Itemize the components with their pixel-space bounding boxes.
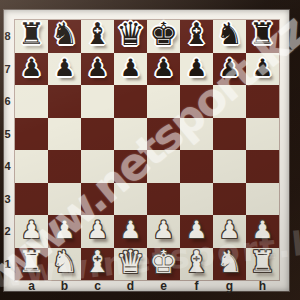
square-a3[interactable] [15,183,48,216]
black-knight[interactable]: ♞ [216,19,243,49]
white-rook[interactable]: ♜ [249,247,276,277]
square-h5[interactable] [246,118,279,151]
square-f5[interactable] [180,118,213,151]
square-b8[interactable]: ♞ [48,20,81,53]
square-f4[interactable] [180,150,213,183]
rank-label-3: 3 [0,183,15,216]
rank-labels: 87654321 [0,20,15,280]
square-d3[interactable] [114,183,147,216]
square-b1[interactable]: ♞ [48,248,81,281]
black-pawn[interactable]: ♟ [186,56,208,80]
file-label-b: b [48,280,81,292]
square-a5[interactable] [15,118,48,151]
square-h2[interactable]: ♟ [246,215,279,248]
square-f8[interactable]: ♝ [180,20,213,53]
white-pawn[interactable]: ♟ [54,218,76,242]
square-a6[interactable] [15,85,48,118]
white-bishop[interactable]: ♝ [183,247,210,277]
square-g4[interactable] [213,150,246,183]
rank-label-2: 2 [0,215,15,248]
square-f1[interactable]: ♝ [180,248,213,281]
black-rook[interactable]: ♜ [249,19,276,49]
square-b2[interactable]: ♟ [48,215,81,248]
black-rook[interactable]: ♜ [18,19,45,49]
square-h6[interactable] [246,85,279,118]
square-e8[interactable]: ♚ [147,20,180,53]
file-label-a: a [15,280,48,292]
square-f3[interactable] [180,183,213,216]
black-king[interactable]: ♚ [149,18,178,50]
square-h4[interactable] [246,150,279,183]
rank-label-6: 6 [0,85,15,118]
square-d7[interactable]: ♟ [114,53,147,86]
square-c3[interactable] [81,183,114,216]
square-g6[interactable] [213,85,246,118]
square-c6[interactable] [81,85,114,118]
black-pawn[interactable]: ♟ [87,56,109,80]
square-h3[interactable] [246,183,279,216]
square-e7[interactable]: ♟ [147,53,180,86]
square-d8[interactable]: ♛ [114,20,147,53]
square-d4[interactable] [114,150,147,183]
square-f7[interactable]: ♟ [180,53,213,86]
square-b4[interactable] [48,150,81,183]
square-g3[interactable] [213,183,246,216]
chess-board: ♜♞♝♛♚♝♞♜♟♟♟♟♟♟♟♟♟♟♟♟♟♟♟♟♜♞♝♛♚♝♞♜ [15,20,279,280]
white-pawn[interactable]: ♟ [186,218,208,242]
square-b5[interactable] [48,118,81,151]
white-rook[interactable]: ♜ [18,247,45,277]
square-g7[interactable]: ♟ [213,53,246,86]
file-label-g: g [213,280,246,292]
square-a4[interactable] [15,150,48,183]
black-bishop[interactable]: ♝ [183,19,210,49]
white-pawn[interactable]: ♟ [21,218,43,242]
square-h8[interactable]: ♜ [246,20,279,53]
white-knight[interactable]: ♞ [216,247,243,277]
square-c4[interactable] [81,150,114,183]
white-pawn[interactable]: ♟ [252,218,274,242]
rank-label-7: 7 [0,53,15,86]
file-label-d: d [114,280,147,292]
square-g1[interactable]: ♞ [213,248,246,281]
white-pawn[interactable]: ♟ [87,218,109,242]
square-e5[interactable] [147,118,180,151]
square-b7[interactable]: ♟ [48,53,81,86]
black-knight[interactable]: ♞ [51,19,78,49]
square-a8[interactable]: ♜ [15,20,48,53]
white-king[interactable]: ♚ [149,246,178,278]
white-pawn[interactable]: ♟ [120,218,142,242]
rank-label-8: 8 [0,20,15,53]
rank-label-1: 1 [0,248,15,281]
square-c1[interactable]: ♝ [81,248,114,281]
square-g2[interactable]: ♟ [213,215,246,248]
white-pawn[interactable]: ♟ [219,218,241,242]
square-c8[interactable]: ♝ [81,20,114,53]
square-d5[interactable] [114,118,147,151]
file-labels: abcdefgh [15,280,279,292]
square-f6[interactable] [180,85,213,118]
white-queen[interactable]: ♛ [116,246,145,278]
black-queen[interactable]: ♛ [116,18,145,50]
rank-label-5: 5 [0,118,15,151]
square-b3[interactable] [48,183,81,216]
square-a7[interactable]: ♟ [15,53,48,86]
square-c2[interactable]: ♟ [81,215,114,248]
white-pawn[interactable]: ♟ [153,218,175,242]
white-bishop[interactable]: ♝ [84,247,111,277]
black-pawn[interactable]: ♟ [21,56,43,80]
square-d1[interactable]: ♛ [114,248,147,281]
square-h1[interactable]: ♜ [246,248,279,281]
rank-label-4: 4 [0,150,15,183]
white-knight[interactable]: ♞ [51,247,78,277]
square-e1[interactable]: ♚ [147,248,180,281]
black-bishop[interactable]: ♝ [84,19,111,49]
square-f2[interactable]: ♟ [180,215,213,248]
chessboard-photo: ♜♞♝♛♚♝♞♜♟♟♟♟♟♟♟♟♟♟♟♟♟♟♟♟♜♞♝♛♚♝♞♜ 8765432… [0,0,300,300]
black-pawn[interactable]: ♟ [219,56,241,80]
file-label-h: h [246,280,279,292]
square-e6[interactable] [147,85,180,118]
square-c7[interactable]: ♟ [81,53,114,86]
black-pawn[interactable]: ♟ [153,56,175,80]
square-d6[interactable] [114,85,147,118]
black-pawn[interactable]: ♟ [120,56,142,80]
square-a1[interactable]: ♜ [15,248,48,281]
black-pawn[interactable]: ♟ [252,56,274,80]
square-e4[interactable] [147,150,180,183]
square-g8[interactable]: ♞ [213,20,246,53]
square-e3[interactable] [147,183,180,216]
square-a2[interactable]: ♟ [15,215,48,248]
square-b6[interactable] [48,85,81,118]
square-c5[interactable] [81,118,114,151]
file-label-e: e [147,280,180,292]
black-pawn[interactable]: ♟ [54,56,76,80]
file-label-c: c [81,280,114,292]
square-g5[interactable] [213,118,246,151]
square-h7[interactable]: ♟ [246,53,279,86]
file-label-f: f [180,280,213,292]
